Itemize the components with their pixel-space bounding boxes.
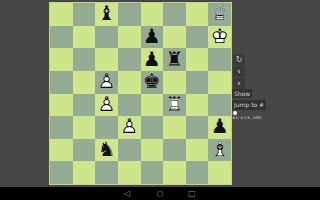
square-c1[interactable] [95, 161, 118, 184]
next-move-button[interactable]: › [233, 78, 245, 89]
square-b4[interactable] [73, 94, 96, 117]
piece-white-rook[interactable]: ♜♖ [163, 94, 186, 117]
square-d2[interactable] [118, 139, 141, 162]
piece-black-rook[interactable]: ♜ [163, 48, 186, 71]
square-g3[interactable] [186, 116, 209, 139]
square-d4[interactable] [118, 94, 141, 117]
square-d5[interactable] [118, 71, 141, 94]
app-screen: ♝♛♕♟♚♔♟♜♟♙♚♟♙♜♖♟♙♟♞♝♗ ↻ ‹ › Show Jump to… [0, 0, 320, 200]
square-b6[interactable] [73, 48, 96, 71]
square-a4[interactable] [50, 94, 73, 117]
piece-outline: ♙ [98, 94, 116, 114]
square-f3[interactable] [163, 116, 186, 139]
square-e3[interactable] [141, 116, 164, 139]
square-b2[interactable] [73, 139, 96, 162]
square-h8[interactable]: ♛♕ [208, 3, 231, 26]
reset-button[interactable]: ↻ [233, 54, 245, 65]
square-b8[interactable] [73, 3, 96, 26]
square-f1[interactable] [163, 161, 186, 184]
move-annotation: #1: A (-5, 100) [232, 115, 262, 120]
square-e8[interactable] [141, 3, 164, 26]
square-b7[interactable] [73, 26, 96, 49]
piece-outline: ♗ [211, 139, 229, 159]
piece-black-bishop[interactable]: ♝ [95, 3, 118, 26]
square-a7[interactable] [50, 26, 73, 49]
square-c7[interactable] [95, 26, 118, 49]
piece-outline: ♙ [98, 71, 116, 91]
piece-body: ♞ [98, 139, 116, 159]
piece-white-bishop[interactable]: ♝♗ [208, 139, 231, 162]
show-button[interactable]: Show [232, 89, 252, 98]
square-h7[interactable]: ♚♔ [208, 26, 231, 49]
android-navbar: ◁ ○ □ [0, 187, 320, 200]
square-a6[interactable] [50, 48, 73, 71]
square-h5[interactable] [208, 71, 231, 94]
app-background: ♝♛♕♟♚♔♟♜♟♙♚♟♙♜♖♟♙♟♞♝♗ ↻ ‹ › Show Jump to… [0, 0, 320, 187]
previous-move-button[interactable]: ‹ [233, 66, 245, 77]
chevron-left-icon: ‹ [237, 67, 240, 76]
piece-black-knight[interactable]: ♞ [95, 139, 118, 162]
piece-outline: ♔ [211, 26, 229, 46]
square-h4[interactable] [208, 94, 231, 117]
home-icon[interactable]: ○ [154, 187, 166, 200]
back-icon[interactable]: ◁ [121, 187, 133, 200]
piece-outline: ♖ [165, 94, 183, 114]
square-g4[interactable] [186, 94, 209, 117]
piece-body: ♟ [143, 49, 161, 69]
square-d8[interactable] [118, 3, 141, 26]
square-a1[interactable] [50, 161, 73, 184]
square-f2[interactable] [163, 139, 186, 162]
square-b3[interactable] [73, 116, 96, 139]
square-g8[interactable] [186, 3, 209, 26]
piece-black-pawn[interactable]: ♟ [208, 116, 231, 139]
square-f5[interactable] [163, 71, 186, 94]
square-e2[interactable] [141, 139, 164, 162]
piece-body: ♟ [211, 117, 229, 137]
square-h6[interactable] [208, 48, 231, 71]
square-b1[interactable] [73, 161, 96, 184]
piece-outline: ♙ [120, 117, 138, 137]
piece-body: ♚ [143, 71, 161, 91]
piece-black-king[interactable]: ♚ [141, 71, 164, 94]
square-f8[interactable] [163, 3, 186, 26]
square-a8[interactable] [50, 3, 73, 26]
square-f6[interactable]: ♜ [163, 48, 186, 71]
square-a2[interactable] [50, 139, 73, 162]
square-e1[interactable] [141, 161, 164, 184]
piece-white-pawn[interactable]: ♟♙ [95, 71, 118, 94]
square-b5[interactable] [73, 71, 96, 94]
square-h2[interactable]: ♝♗ [208, 139, 231, 162]
piece-white-pawn[interactable]: ♟♙ [95, 94, 118, 117]
square-e5[interactable]: ♚ [141, 71, 164, 94]
piece-black-pawn[interactable]: ♟ [141, 26, 164, 49]
square-g1[interactable] [186, 161, 209, 184]
piece-white-queen[interactable]: ♛♕ [208, 3, 231, 26]
square-d1[interactable] [118, 161, 141, 184]
square-g7[interactable] [186, 26, 209, 49]
square-c5[interactable]: ♟♙ [95, 71, 118, 94]
square-g6[interactable] [186, 48, 209, 71]
square-c4[interactable]: ♟♙ [95, 94, 118, 117]
replay-icon: ↻ [236, 55, 243, 64]
square-h1[interactable] [208, 161, 231, 184]
square-e4[interactable] [141, 94, 164, 117]
square-f7[interactable] [163, 26, 186, 49]
square-c2[interactable]: ♞ [95, 139, 118, 162]
square-d7[interactable] [118, 26, 141, 49]
square-f4[interactable]: ♜♖ [163, 94, 186, 117]
square-c8[interactable]: ♝ [95, 3, 118, 26]
square-g5[interactable] [186, 71, 209, 94]
square-c6[interactable] [95, 48, 118, 71]
piece-body: ♝ [98, 4, 116, 24]
piece-body: ♜ [165, 49, 183, 69]
square-e6[interactable]: ♟ [141, 48, 164, 71]
piece-white-pawn[interactable]: ♟♙ [118, 116, 141, 139]
square-a5[interactable] [50, 71, 73, 94]
piece-white-king[interactable]: ♚♔ [208, 26, 231, 49]
square-a3[interactable] [50, 116, 73, 139]
piece-body: ♟ [143, 26, 161, 46]
square-h3[interactable]: ♟ [208, 116, 231, 139]
square-c3[interactable] [95, 116, 118, 139]
square-d6[interactable] [118, 48, 141, 71]
piece-black-pawn[interactable]: ♟ [141, 48, 164, 71]
piece-outline: ♕ [211, 4, 229, 24]
square-d3[interactable]: ♟♙ [118, 116, 141, 139]
square-g2[interactable] [186, 139, 209, 162]
jump-to-button[interactable]: Jump to # [232, 100, 266, 110]
chess-board: ♝♛♕♟♚♔♟♜♟♙♚♟♙♜♖♟♙♟♞♝♗ [49, 2, 232, 185]
square-e7[interactable]: ♟ [141, 26, 164, 49]
recents-icon[interactable]: □ [186, 187, 198, 200]
chevron-right-icon: › [237, 79, 240, 88]
